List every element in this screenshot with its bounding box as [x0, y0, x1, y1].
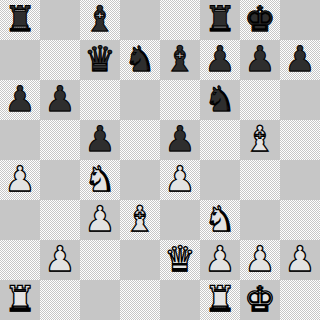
square-c2[interactable] [80, 240, 120, 280]
square-e7[interactable]: ♝ [160, 40, 200, 80]
square-g2[interactable]: ♟ [240, 240, 280, 280]
black-pawn-piece[interactable]: ♟ [284, 40, 315, 79]
square-f5[interactable] [200, 120, 240, 160]
square-g4[interactable] [240, 160, 280, 200]
square-d4[interactable] [120, 160, 160, 200]
square-a6[interactable]: ♟ [0, 80, 40, 120]
white-pawn-piece[interactable]: ♟ [204, 240, 235, 279]
black-pawn-piece[interactable]: ♟ [4, 80, 35, 119]
square-d8[interactable] [120, 0, 160, 40]
white-queen-piece[interactable]: ♛ [164, 240, 195, 279]
square-f7[interactable]: ♟ [200, 40, 240, 80]
square-a4[interactable]: ♟ [0, 160, 40, 200]
white-rook-piece[interactable]: ♜ [4, 280, 35, 319]
square-b4[interactable] [40, 160, 80, 200]
white-pawn-piece[interactable]: ♟ [164, 160, 195, 199]
square-g8[interactable]: ♚ [240, 0, 280, 40]
square-d7[interactable]: ♞ [120, 40, 160, 80]
square-f2[interactable]: ♟ [200, 240, 240, 280]
square-b1[interactable] [40, 280, 80, 320]
square-a7[interactable] [0, 40, 40, 80]
square-e2[interactable]: ♛ [160, 240, 200, 280]
square-f4[interactable] [200, 160, 240, 200]
black-bishop-piece[interactable]: ♝ [164, 40, 195, 79]
square-h7[interactable]: ♟ [280, 40, 320, 80]
square-e5[interactable]: ♟ [160, 120, 200, 160]
white-bishop-piece[interactable]: ♝ [124, 200, 155, 239]
white-pawn-piece[interactable]: ♟ [84, 200, 115, 239]
square-f6[interactable]: ♞ [200, 80, 240, 120]
white-pawn-piece[interactable]: ♟ [244, 240, 275, 279]
square-b7[interactable] [40, 40, 80, 80]
black-queen-piece[interactable]: ♛ [84, 40, 115, 79]
square-g7[interactable]: ♟ [240, 40, 280, 80]
chess-board: ♜♝♜♚♛♞♝♟♟♟♟♟♞♟♟♝♟♞♟♟♝♞♟♛♟♟♟♜♜♚ [0, 0, 320, 320]
square-a2[interactable] [0, 240, 40, 280]
square-a8[interactable]: ♜ [0, 0, 40, 40]
white-bishop-piece[interactable]: ♝ [244, 120, 275, 159]
square-c1[interactable] [80, 280, 120, 320]
square-g1[interactable]: ♚ [240, 280, 280, 320]
square-g3[interactable] [240, 200, 280, 240]
square-c5[interactable]: ♟ [80, 120, 120, 160]
square-b6[interactable]: ♟ [40, 80, 80, 120]
black-knight-piece[interactable]: ♞ [124, 40, 155, 79]
square-c8[interactable]: ♝ [80, 0, 120, 40]
white-knight-piece[interactable]: ♞ [204, 200, 235, 239]
white-rook-piece[interactable]: ♜ [204, 280, 235, 319]
square-g5[interactable]: ♝ [240, 120, 280, 160]
white-pawn-piece[interactable]: ♟ [4, 160, 35, 199]
black-rook-piece[interactable]: ♜ [204, 0, 235, 39]
square-c7[interactable]: ♛ [80, 40, 120, 80]
square-g6[interactable] [240, 80, 280, 120]
black-knight-piece[interactable]: ♞ [204, 80, 235, 119]
square-f1[interactable]: ♜ [200, 280, 240, 320]
black-pawn-piece[interactable]: ♟ [164, 120, 195, 159]
square-d2[interactable] [120, 240, 160, 280]
square-a5[interactable] [0, 120, 40, 160]
square-e8[interactable] [160, 0, 200, 40]
black-pawn-piece[interactable]: ♟ [244, 40, 275, 79]
square-d6[interactable] [120, 80, 160, 120]
square-b3[interactable] [40, 200, 80, 240]
square-c4[interactable]: ♞ [80, 160, 120, 200]
white-king-piece[interactable]: ♚ [244, 280, 275, 319]
square-f8[interactable]: ♜ [200, 0, 240, 40]
square-h2[interactable]: ♟ [280, 240, 320, 280]
square-f3[interactable]: ♞ [200, 200, 240, 240]
square-e6[interactable] [160, 80, 200, 120]
black-rook-piece[interactable]: ♜ [4, 0, 35, 39]
square-b5[interactable] [40, 120, 80, 160]
square-a3[interactable] [0, 200, 40, 240]
square-e3[interactable] [160, 200, 200, 240]
square-h5[interactable] [280, 120, 320, 160]
square-h1[interactable] [280, 280, 320, 320]
square-e1[interactable] [160, 280, 200, 320]
black-pawn-piece[interactable]: ♟ [44, 80, 75, 119]
square-h6[interactable] [280, 80, 320, 120]
square-d3[interactable]: ♝ [120, 200, 160, 240]
black-bishop-piece[interactable]: ♝ [84, 0, 115, 39]
square-c3[interactable]: ♟ [80, 200, 120, 240]
square-d5[interactable] [120, 120, 160, 160]
black-king-piece[interactable]: ♚ [244, 0, 275, 39]
square-a1[interactable]: ♜ [0, 280, 40, 320]
white-knight-piece[interactable]: ♞ [84, 160, 115, 199]
black-pawn-piece[interactable]: ♟ [84, 120, 115, 159]
white-pawn-piece[interactable]: ♟ [284, 240, 315, 279]
square-b2[interactable]: ♟ [40, 240, 80, 280]
square-b8[interactable] [40, 0, 80, 40]
square-d1[interactable] [120, 280, 160, 320]
white-pawn-piece[interactable]: ♟ [44, 240, 75, 279]
square-h4[interactable] [280, 160, 320, 200]
square-h8[interactable] [280, 0, 320, 40]
square-e4[interactable]: ♟ [160, 160, 200, 200]
square-h3[interactable] [280, 200, 320, 240]
square-c6[interactable] [80, 80, 120, 120]
black-pawn-piece[interactable]: ♟ [204, 40, 235, 79]
